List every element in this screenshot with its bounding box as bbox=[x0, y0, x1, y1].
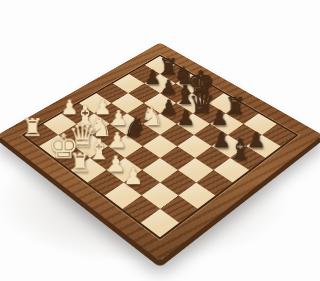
piece-white-rook[interactable]: ♜ bbox=[17, 116, 47, 140]
chessboard-photo: ♜♞♚♜♟♟♝♛♟♟♟♟♟♝♞♟♟♞♟♝♞♟♛♝♟♟♜♚♜ bbox=[0, 0, 320, 281]
piece-black-pawn[interactable]: ♟ bbox=[171, 108, 201, 129]
piece-white-pawn[interactable]: ♟ bbox=[117, 166, 149, 189]
piece-white-rook[interactable]: ♜ bbox=[64, 150, 96, 175]
piece-black-pawn[interactable]: ♟ bbox=[205, 108, 235, 129]
piece-black-bishop[interactable]: ♝ bbox=[225, 135, 256, 163]
